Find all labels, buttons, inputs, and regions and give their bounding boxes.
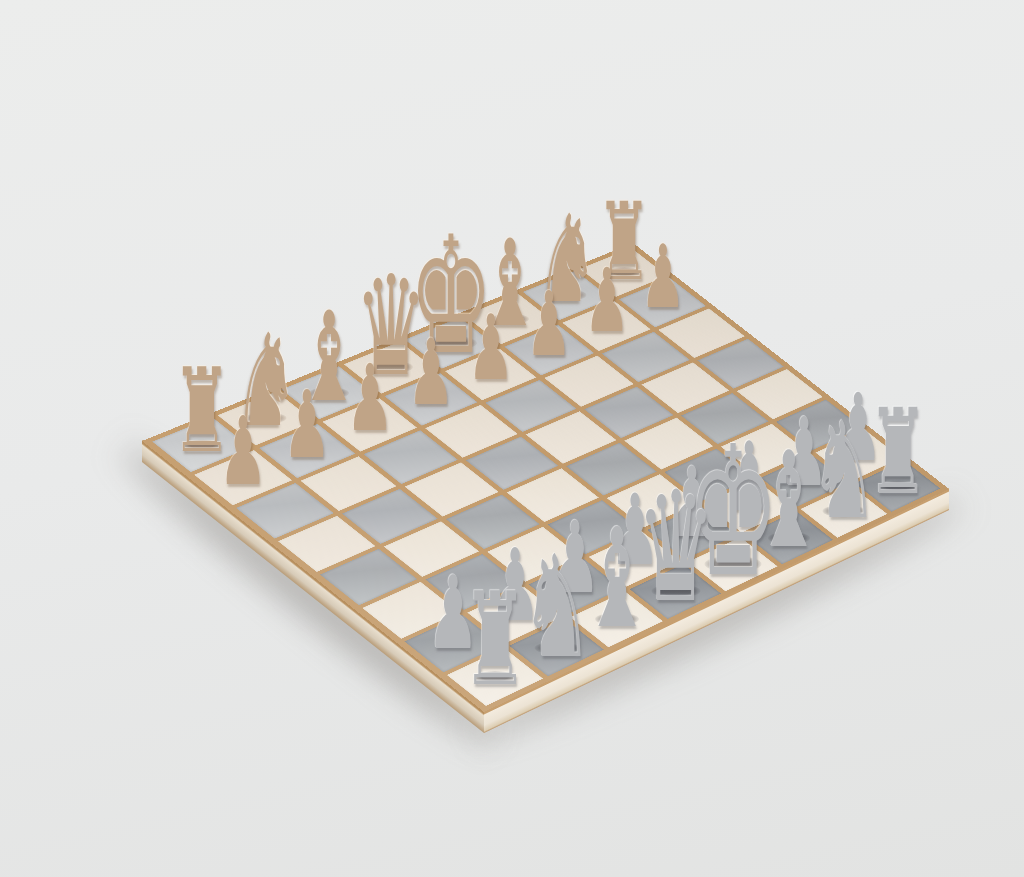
piece-wood-pawn[interactable]: ♟ xyxy=(467,303,514,393)
chess-set-photo-scene: ♜♞♝♛♚♝♞♜♟♟♟♟♟♟♟♟♟♟♟♟♟♟♟♟♜♞♝♛♚♝♞♜ rnbqkbn… xyxy=(0,0,1024,877)
piece-silver-knight[interactable]: ♞ xyxy=(520,536,594,677)
piece-wood-pawn[interactable]: ♟ xyxy=(283,378,332,471)
piece-wood-pawn[interactable]: ♟ xyxy=(526,280,572,369)
piece-wood-pawn[interactable]: ♟ xyxy=(407,327,454,418)
piece-wood-pawn[interactable]: ♟ xyxy=(584,257,630,345)
piece-wood-pawn[interactable]: ♟ xyxy=(219,403,268,497)
piece-silver-rook[interactable]: ♜ xyxy=(462,576,529,704)
piece-wood-pawn[interactable]: ♟ xyxy=(640,233,685,320)
piece-wood-pawn[interactable]: ♟ xyxy=(346,351,394,443)
